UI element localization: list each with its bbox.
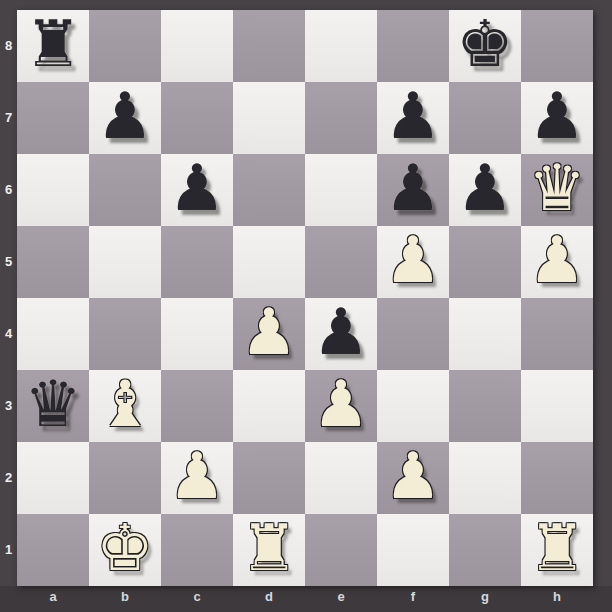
square-e6[interactable] [305,154,377,226]
square-c1[interactable] [161,514,233,586]
black-pawn-h7[interactable]: ♟ [528,80,585,152]
square-e4[interactable]: ♟ [305,298,377,370]
square-f6[interactable]: ♟ [377,154,449,226]
black-king-g8[interactable]: ♚ [456,8,513,80]
square-d7[interactable] [233,82,305,154]
black-pawn-b7[interactable]: ♟ [96,80,153,152]
square-b8[interactable] [89,10,161,82]
square-h5[interactable]: ♟ [521,226,593,298]
chess-board: ♜♚♟♟♟♟♟♟♛♟♟♟♟♛♝♟♟♟♚♜♜ [17,10,593,586]
white-bishop-b3[interactable]: ♝ [96,368,153,440]
square-f7[interactable]: ♟ [377,82,449,154]
file-label-g: g [449,586,521,612]
square-f8[interactable] [377,10,449,82]
square-c6[interactable]: ♟ [161,154,233,226]
square-a7[interactable] [17,82,89,154]
white-pawn-f2[interactable]: ♟ [384,440,441,512]
white-rook-d1[interactable]: ♜ [240,512,297,584]
white-pawn-f5[interactable]: ♟ [384,224,441,296]
rank-label-2: 2 [0,442,17,514]
square-c8[interactable] [161,10,233,82]
square-f5[interactable]: ♟ [377,226,449,298]
square-h6[interactable]: ♛ [521,154,593,226]
square-h4[interactable] [521,298,593,370]
square-c7[interactable] [161,82,233,154]
square-b4[interactable] [89,298,161,370]
white-pawn-e3[interactable]: ♟ [312,368,369,440]
black-rook-a8[interactable]: ♜ [24,8,81,80]
file-label-e: e [305,586,377,612]
square-a6[interactable] [17,154,89,226]
rank-label-6: 6 [0,154,17,226]
square-b2[interactable] [89,442,161,514]
square-d2[interactable] [233,442,305,514]
file-label-a: a [17,586,89,612]
square-g1[interactable] [449,514,521,586]
square-f4[interactable] [377,298,449,370]
rank-label-3: 3 [0,370,17,442]
square-f2[interactable]: ♟ [377,442,449,514]
white-pawn-h5[interactable]: ♟ [528,224,585,296]
black-pawn-f7[interactable]: ♟ [384,80,441,152]
square-h3[interactable] [521,370,593,442]
square-g8[interactable]: ♚ [449,10,521,82]
square-b1[interactable]: ♚ [89,514,161,586]
black-pawn-e4[interactable]: ♟ [312,296,369,368]
square-b5[interactable] [89,226,161,298]
white-pawn-d4[interactable]: ♟ [240,296,297,368]
rank-label-4: 4 [0,298,17,370]
square-c4[interactable] [161,298,233,370]
board-frame: 87654321 ♜♚♟♟♟♟♟♟♛♟♟♟♟♛♝♟♟♟♚♜♜ abcdefgh [0,0,612,612]
square-g2[interactable] [449,442,521,514]
square-e3[interactable]: ♟ [305,370,377,442]
white-pawn-c2[interactable]: ♟ [168,440,225,512]
square-e8[interactable] [305,10,377,82]
file-label-f: f [377,586,449,612]
rank-label-5: 5 [0,226,17,298]
square-d1[interactable]: ♜ [233,514,305,586]
square-c3[interactable] [161,370,233,442]
file-label-d: d [233,586,305,612]
black-queen-a3[interactable]: ♛ [24,368,81,440]
square-h1[interactable]: ♜ [521,514,593,586]
black-pawn-f6[interactable]: ♟ [384,152,441,224]
file-label-b: b [89,586,161,612]
square-g4[interactable] [449,298,521,370]
square-g7[interactable] [449,82,521,154]
square-a2[interactable] [17,442,89,514]
square-b7[interactable]: ♟ [89,82,161,154]
square-a8[interactable]: ♜ [17,10,89,82]
white-king-b1[interactable]: ♚ [96,512,153,584]
square-a4[interactable] [17,298,89,370]
square-g5[interactable] [449,226,521,298]
file-label-c: c [161,586,233,612]
white-queen-h6[interactable]: ♛ [528,152,585,224]
square-h2[interactable] [521,442,593,514]
square-b3[interactable]: ♝ [89,370,161,442]
file-label-h: h [521,586,593,612]
square-c5[interactable] [161,226,233,298]
square-e2[interactable] [305,442,377,514]
square-e1[interactable] [305,514,377,586]
square-c2[interactable]: ♟ [161,442,233,514]
square-g3[interactable] [449,370,521,442]
black-pawn-g6[interactable]: ♟ [456,152,513,224]
square-e5[interactable] [305,226,377,298]
rank-label-7: 7 [0,82,17,154]
square-d8[interactable] [233,10,305,82]
square-d4[interactable]: ♟ [233,298,305,370]
rank-label-8: 8 [0,10,17,82]
square-a3[interactable]: ♛ [17,370,89,442]
square-h8[interactable] [521,10,593,82]
square-f1[interactable] [377,514,449,586]
square-a1[interactable] [17,514,89,586]
square-d6[interactable] [233,154,305,226]
square-a5[interactable] [17,226,89,298]
black-pawn-c6[interactable]: ♟ [168,152,225,224]
square-d3[interactable] [233,370,305,442]
rank-labels: 87654321 [0,10,17,586]
square-d5[interactable] [233,226,305,298]
file-labels: abcdefgh [17,586,593,612]
square-f3[interactable] [377,370,449,442]
square-e7[interactable] [305,82,377,154]
square-h7[interactable]: ♟ [521,82,593,154]
white-rook-h1[interactable]: ♜ [528,512,585,584]
square-g6[interactable]: ♟ [449,154,521,226]
rank-label-1: 1 [0,514,17,586]
square-b6[interactable] [89,154,161,226]
